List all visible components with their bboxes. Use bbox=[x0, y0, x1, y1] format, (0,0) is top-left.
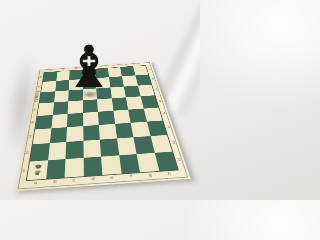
square-d5[interactable] bbox=[83, 99, 98, 112]
black-bishop[interactable]: ♝ bbox=[59, 37, 119, 97]
coord-label: g bbox=[140, 172, 160, 179]
coord-label: c bbox=[64, 178, 83, 186]
corner-emblem-icon: ♚ ♛ bbox=[27, 160, 48, 180]
square-h4[interactable] bbox=[143, 107, 162, 121]
square-c1[interactable] bbox=[65, 158, 84, 178]
coord-label: h bbox=[159, 171, 180, 178]
square-a2[interactable] bbox=[30, 143, 50, 161]
square-e4[interactable] bbox=[98, 110, 115, 124]
square-d4[interactable] bbox=[83, 112, 99, 126]
coord-label: f bbox=[121, 174, 141, 181]
square-h3[interactable] bbox=[147, 120, 167, 136]
square-a4[interactable] bbox=[35, 115, 52, 130]
coord-label: d bbox=[83, 176, 102, 184]
square-c3[interactable] bbox=[66, 126, 83, 142]
coord-label: e bbox=[102, 175, 122, 182]
square-b4[interactable] bbox=[51, 114, 68, 129]
square-d3[interactable] bbox=[83, 125, 100, 141]
square-c5[interactable] bbox=[68, 100, 83, 113]
square-e1[interactable] bbox=[101, 155, 121, 175]
square-a3[interactable] bbox=[33, 128, 51, 144]
square-h1[interactable] bbox=[154, 151, 177, 171]
square-b2[interactable] bbox=[48, 142, 67, 160]
square-b1[interactable] bbox=[46, 159, 66, 179]
square-h5[interactable] bbox=[140, 95, 158, 108]
photo-scene: abcdefgh abcdefgh 87654321 87654321 ◎ CH… bbox=[0, 0, 200, 200]
square-c4[interactable] bbox=[67, 113, 83, 128]
coord-label: b bbox=[45, 179, 65, 187]
square-b3[interactable] bbox=[49, 127, 67, 143]
square-d1[interactable] bbox=[83, 156, 102, 176]
coord-label: a bbox=[26, 180, 46, 188]
corner-emblem-bottom: ♛ bbox=[33, 170, 42, 177]
square-d2[interactable] bbox=[83, 140, 101, 158]
square-h2[interactable] bbox=[150, 135, 172, 153]
square-c2[interactable] bbox=[65, 141, 83, 159]
square-e3[interactable] bbox=[99, 124, 117, 140]
square-e2[interactable] bbox=[100, 139, 119, 157]
